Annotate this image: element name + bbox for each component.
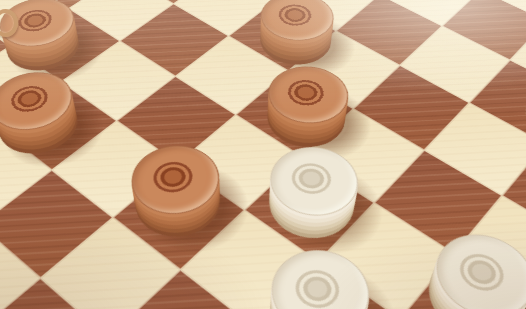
- board: [0, 0, 526, 309]
- checker-piece-white[interactable]: [252, 161, 370, 256]
- checkers-board-photo: [0, 0, 526, 309]
- checker-piece-brown[interactable]: [0, 89, 94, 170]
